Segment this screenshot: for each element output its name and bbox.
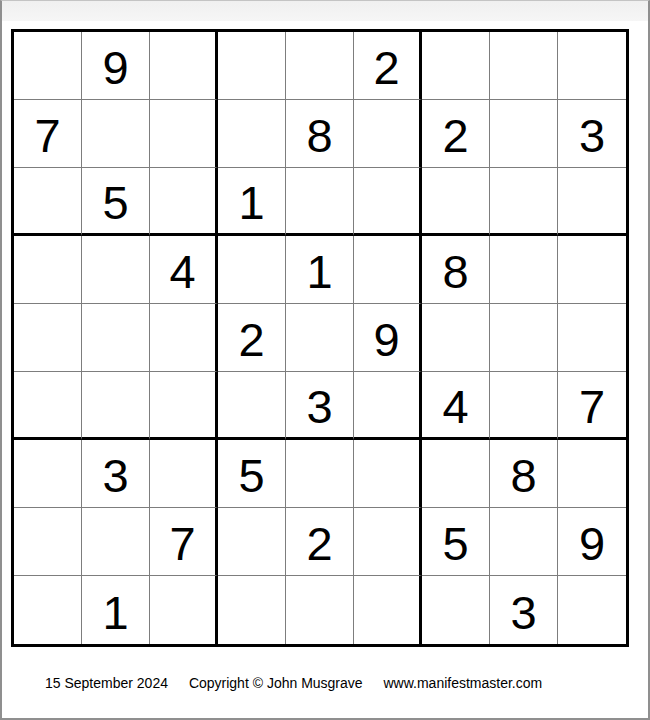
sudoku-cell-r7c7[interactable] <box>422 440 490 508</box>
sudoku-cell-r8c3[interactable]: 7 <box>150 508 218 576</box>
sudoku-cell-r4c7[interactable]: 8 <box>422 236 490 304</box>
sudoku-cell-r2c7[interactable]: 2 <box>422 100 490 168</box>
footer: 15 September 2024 Copyright © John Musgr… <box>45 675 542 691</box>
sudoku-cell-r6c6[interactable] <box>354 372 422 440</box>
sudoku-cell-r8c2[interactable] <box>82 508 150 576</box>
sudoku-cell-r5c4[interactable]: 2 <box>218 304 286 372</box>
sudoku-cell-r7c8[interactable]: 8 <box>490 440 558 508</box>
sudoku-cell-r5c5[interactable] <box>286 304 354 372</box>
sudoku-cell-r2c1[interactable]: 7 <box>14 100 82 168</box>
sudoku-cell-r9c1[interactable] <box>14 576 82 644</box>
sudoku-cell-r8c9[interactable]: 9 <box>558 508 626 576</box>
sudoku-cell-r1c3[interactable] <box>150 32 218 100</box>
sudoku-cell-r5c9[interactable] <box>558 304 626 372</box>
sudoku-cell-r4c6[interactable] <box>354 236 422 304</box>
sudoku-cell-r7c5[interactable] <box>286 440 354 508</box>
footer-website: www.manifestmaster.com <box>384 675 543 691</box>
sudoku-cell-r6c9[interactable]: 7 <box>558 372 626 440</box>
sudoku-cell-r9c6[interactable] <box>354 576 422 644</box>
sudoku-cell-r8c7[interactable]: 5 <box>422 508 490 576</box>
header-band <box>2 1 648 21</box>
sudoku-cell-r4c4[interactable] <box>218 236 286 304</box>
sudoku-cell-r9c9[interactable] <box>558 576 626 644</box>
sudoku-cell-r3c4[interactable]: 1 <box>218 168 286 236</box>
sudoku-cell-r3c7[interactable] <box>422 168 490 236</box>
sudoku-cell-r1c5[interactable] <box>286 32 354 100</box>
sudoku-cell-r3c8[interactable] <box>490 168 558 236</box>
sudoku-cell-r1c8[interactable] <box>490 32 558 100</box>
sudoku-cell-r6c2[interactable] <box>82 372 150 440</box>
sudoku-cell-r2c5[interactable]: 8 <box>286 100 354 168</box>
sudoku-cell-r4c8[interactable] <box>490 236 558 304</box>
sudoku-cell-r1c2[interactable]: 9 <box>82 32 150 100</box>
sudoku-cell-r2c3[interactable] <box>150 100 218 168</box>
sudoku-cell-r3c1[interactable] <box>14 168 82 236</box>
sudoku-cell-r5c3[interactable] <box>150 304 218 372</box>
sudoku-cell-r4c3[interactable]: 4 <box>150 236 218 304</box>
sudoku-cell-r9c4[interactable] <box>218 576 286 644</box>
footer-date: 15 September 2024 <box>45 675 168 691</box>
sudoku-cell-r9c5[interactable] <box>286 576 354 644</box>
sudoku-cell-r3c2[interactable]: 5 <box>82 168 150 236</box>
sudoku-cell-r2c4[interactable] <box>218 100 286 168</box>
sudoku-cell-r7c1[interactable] <box>14 440 82 508</box>
sudoku-cell-r8c4[interactable] <box>218 508 286 576</box>
sudoku-cell-r7c4[interactable]: 5 <box>218 440 286 508</box>
sudoku-cell-r3c9[interactable] <box>558 168 626 236</box>
sudoku-cell-r8c8[interactable] <box>490 508 558 576</box>
sudoku-cell-r7c3[interactable] <box>150 440 218 508</box>
sudoku-cell-r4c1[interactable] <box>14 236 82 304</box>
sudoku-cell-r8c6[interactable] <box>354 508 422 576</box>
footer-copyright: Copyright © John Musgrave <box>189 675 363 691</box>
sudoku-cell-r6c7[interactable]: 4 <box>422 372 490 440</box>
sudoku-cell-r7c9[interactable] <box>558 440 626 508</box>
sudoku-cell-r6c5[interactable]: 3 <box>286 372 354 440</box>
sudoku-cell-r2c9[interactable]: 3 <box>558 100 626 168</box>
sudoku-cell-r1c6[interactable]: 2 <box>354 32 422 100</box>
sudoku-cell-r8c5[interactable]: 2 <box>286 508 354 576</box>
sudoku-cell-r5c2[interactable] <box>82 304 150 372</box>
sudoku-cell-r6c1[interactable] <box>14 372 82 440</box>
sudoku-cell-r1c9[interactable] <box>558 32 626 100</box>
sudoku-cell-r8c1[interactable] <box>14 508 82 576</box>
sudoku-cell-r3c6[interactable] <box>354 168 422 236</box>
sudoku-cell-r5c8[interactable] <box>490 304 558 372</box>
sudoku-cell-r4c9[interactable] <box>558 236 626 304</box>
sudoku-cell-r2c2[interactable] <box>82 100 150 168</box>
sudoku-cell-r4c2[interactable] <box>82 236 150 304</box>
sudoku-cell-r6c3[interactable] <box>150 372 218 440</box>
sudoku-cell-r5c6[interactable]: 9 <box>354 304 422 372</box>
sudoku-cell-r1c4[interactable] <box>218 32 286 100</box>
sudoku-cell-r9c2[interactable]: 1 <box>82 576 150 644</box>
sudoku-cell-r9c3[interactable] <box>150 576 218 644</box>
sudoku-cell-r6c4[interactable] <box>218 372 286 440</box>
sudoku-cell-r9c8[interactable]: 3 <box>490 576 558 644</box>
sudoku-cell-r5c7[interactable] <box>422 304 490 372</box>
sudoku-cell-r9c7[interactable] <box>422 576 490 644</box>
sudoku-cell-r4c5[interactable]: 1 <box>286 236 354 304</box>
sudoku-board: 9278235141829347358725913 <box>11 29 629 647</box>
puzzle-page: 9278235141829347358725913 15 September 2… <box>0 0 650 720</box>
sudoku-cell-r7c2[interactable]: 3 <box>82 440 150 508</box>
sudoku-cell-r6c8[interactable] <box>490 372 558 440</box>
sudoku-cell-r3c3[interactable] <box>150 168 218 236</box>
sudoku-cell-r1c1[interactable] <box>14 32 82 100</box>
sudoku-cell-r7c6[interactable] <box>354 440 422 508</box>
sudoku-cell-r1c7[interactable] <box>422 32 490 100</box>
sudoku-cell-r2c6[interactable] <box>354 100 422 168</box>
sudoku-cell-r2c8[interactable] <box>490 100 558 168</box>
sudoku-cell-r3c5[interactable] <box>286 168 354 236</box>
sudoku-cell-r5c1[interactable] <box>14 304 82 372</box>
